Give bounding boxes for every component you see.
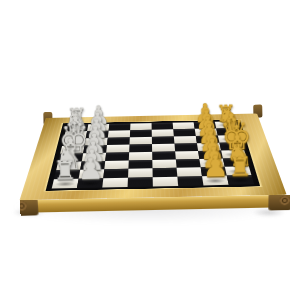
board-square <box>153 177 178 187</box>
board-front-edge <box>20 195 287 213</box>
board-square <box>174 143 198 151</box>
board-square <box>152 144 175 152</box>
board-grid: ♜♟♟♜♞♟♟♞♝♟♟♝♛♟♟♛♚♟♟♚♝♟♟♝♞♟♟♞♜♟♟♜ <box>52 121 254 188</box>
board-square <box>152 159 176 168</box>
chess-set-photo: ♜♟♟♜♞♟♟♞♝♟♟♝♛♟♟♛♚♟♟♚♝♟♟♝♞♟♟♞♜♟♟♜ <box>0 0 290 290</box>
board-square: ♟ <box>77 178 103 188</box>
board-square <box>152 151 176 160</box>
board-square <box>177 167 202 176</box>
chess-piece-gold-R: ♜ <box>227 154 253 181</box>
board-square <box>105 152 129 161</box>
board-square <box>177 176 203 186</box>
board-square <box>130 137 152 145</box>
chess-piece-gold-P: ♟ <box>202 151 228 181</box>
board-tilt-wrapper: ♜♟♟♜♞♟♟♞♝♟♟♝♛♟♟♛♚♟♟♚♝♟♟♝♞♟♟♞♜♟♟♜ <box>0 0 290 290</box>
board-square <box>103 169 128 178</box>
board-square <box>106 145 129 153</box>
board-square <box>128 168 153 177</box>
board-square <box>102 178 128 188</box>
board-square <box>175 151 199 160</box>
board-square: ♟ <box>202 176 229 186</box>
board-inner-border: ♜♟♟♜♞♟♟♞♝♟♟♝♛♟♟♛♚♟♟♚♝♟♟♝♞♟♟♞♜♟♟♜ <box>46 120 261 191</box>
board-foot-front-right <box>268 193 290 211</box>
chess-piece-silver-R: ♜ <box>52 157 78 184</box>
board-foot-front-left <box>14 198 39 216</box>
board-square <box>128 177 153 187</box>
chess-board: ♜♟♟♜♞♟♟♞♝♟♟♝♛♟♟♛♚♟♟♚♝♟♟♝♞♟♟♞♜♟♟♜ <box>20 114 287 201</box>
chess-piece-silver-P: ♟ <box>77 153 103 183</box>
board-square: ♜ <box>227 175 254 185</box>
board-square: ♜ <box>52 179 79 189</box>
board-square <box>104 160 128 169</box>
